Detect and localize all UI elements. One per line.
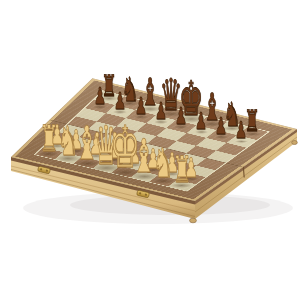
foot-near xyxy=(190,218,197,223)
chess-set-product-photo: ♜♞♝♛♚♝♞♜♟♟♟♟♟♟♟♟♟♟♟♟♟♟♟♟♜♞♝♛♚♝♞♜ xyxy=(0,0,300,300)
foot-right xyxy=(292,141,298,145)
